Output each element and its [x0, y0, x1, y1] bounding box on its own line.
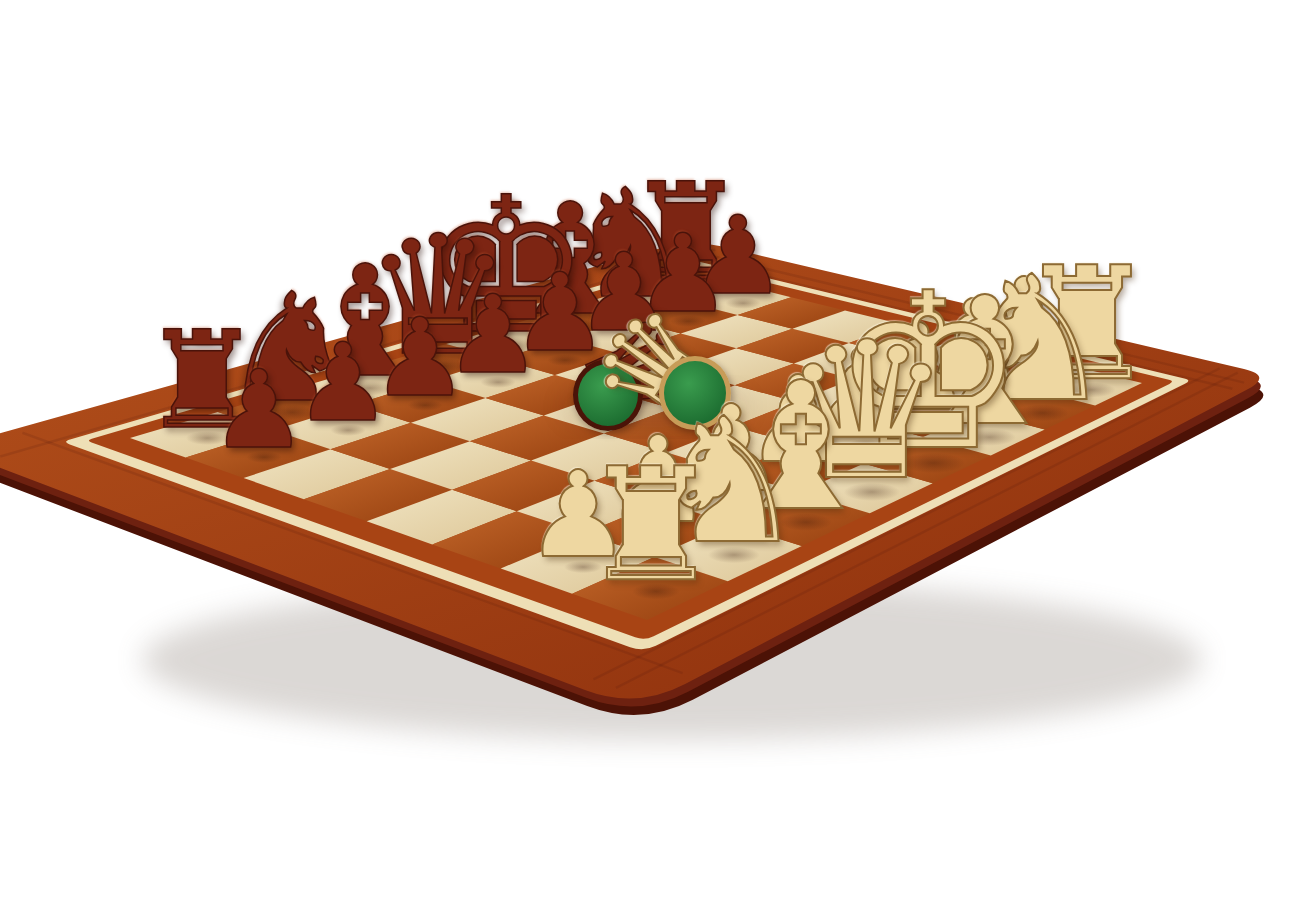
- fallen-queens-shadow: [563, 387, 747, 427]
- chess-set-product-photo: ♜♞♝♛♚♝♞♜♟♟♟♟♟♟♟♟♜♞♝♛♚♝♞♜♟♟♟♟♟♟♟♟♛♛: [0, 0, 1300, 900]
- chess-board: [0, 0, 1300, 900]
